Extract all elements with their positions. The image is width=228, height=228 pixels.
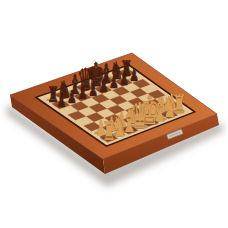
piece-white-rook: ♜ [102, 116, 116, 146]
piece-black-pawn: ♟ [99, 75, 109, 96]
piece-black-pawn: ♟ [67, 86, 77, 107]
piece-black-pawn: ♟ [129, 64, 139, 85]
piece-black-pawn: ♟ [78, 82, 88, 103]
piece-black-pawn: ♟ [88, 79, 98, 100]
chess-set-product-photo[interactable]: ♜♞♝♚♛♝♞♜♟♟♟♟♟♟♟♟♟♟♟♟♟♟♟♟♜♞♝♚♛♝♞♜ [0, 0, 228, 228]
piece-black-pawn: ♟ [109, 71, 119, 92]
chessboard-3d-view: ♜♞♝♚♛♝♞♜♟♟♟♟♟♟♟♟♟♟♟♟♟♟♟♟♜♞♝♚♛♝♞♜ [0, 0, 228, 228]
piece-black-pawn: ♟ [119, 68, 129, 89]
piece-black-pawn: ♟ [56, 90, 66, 111]
